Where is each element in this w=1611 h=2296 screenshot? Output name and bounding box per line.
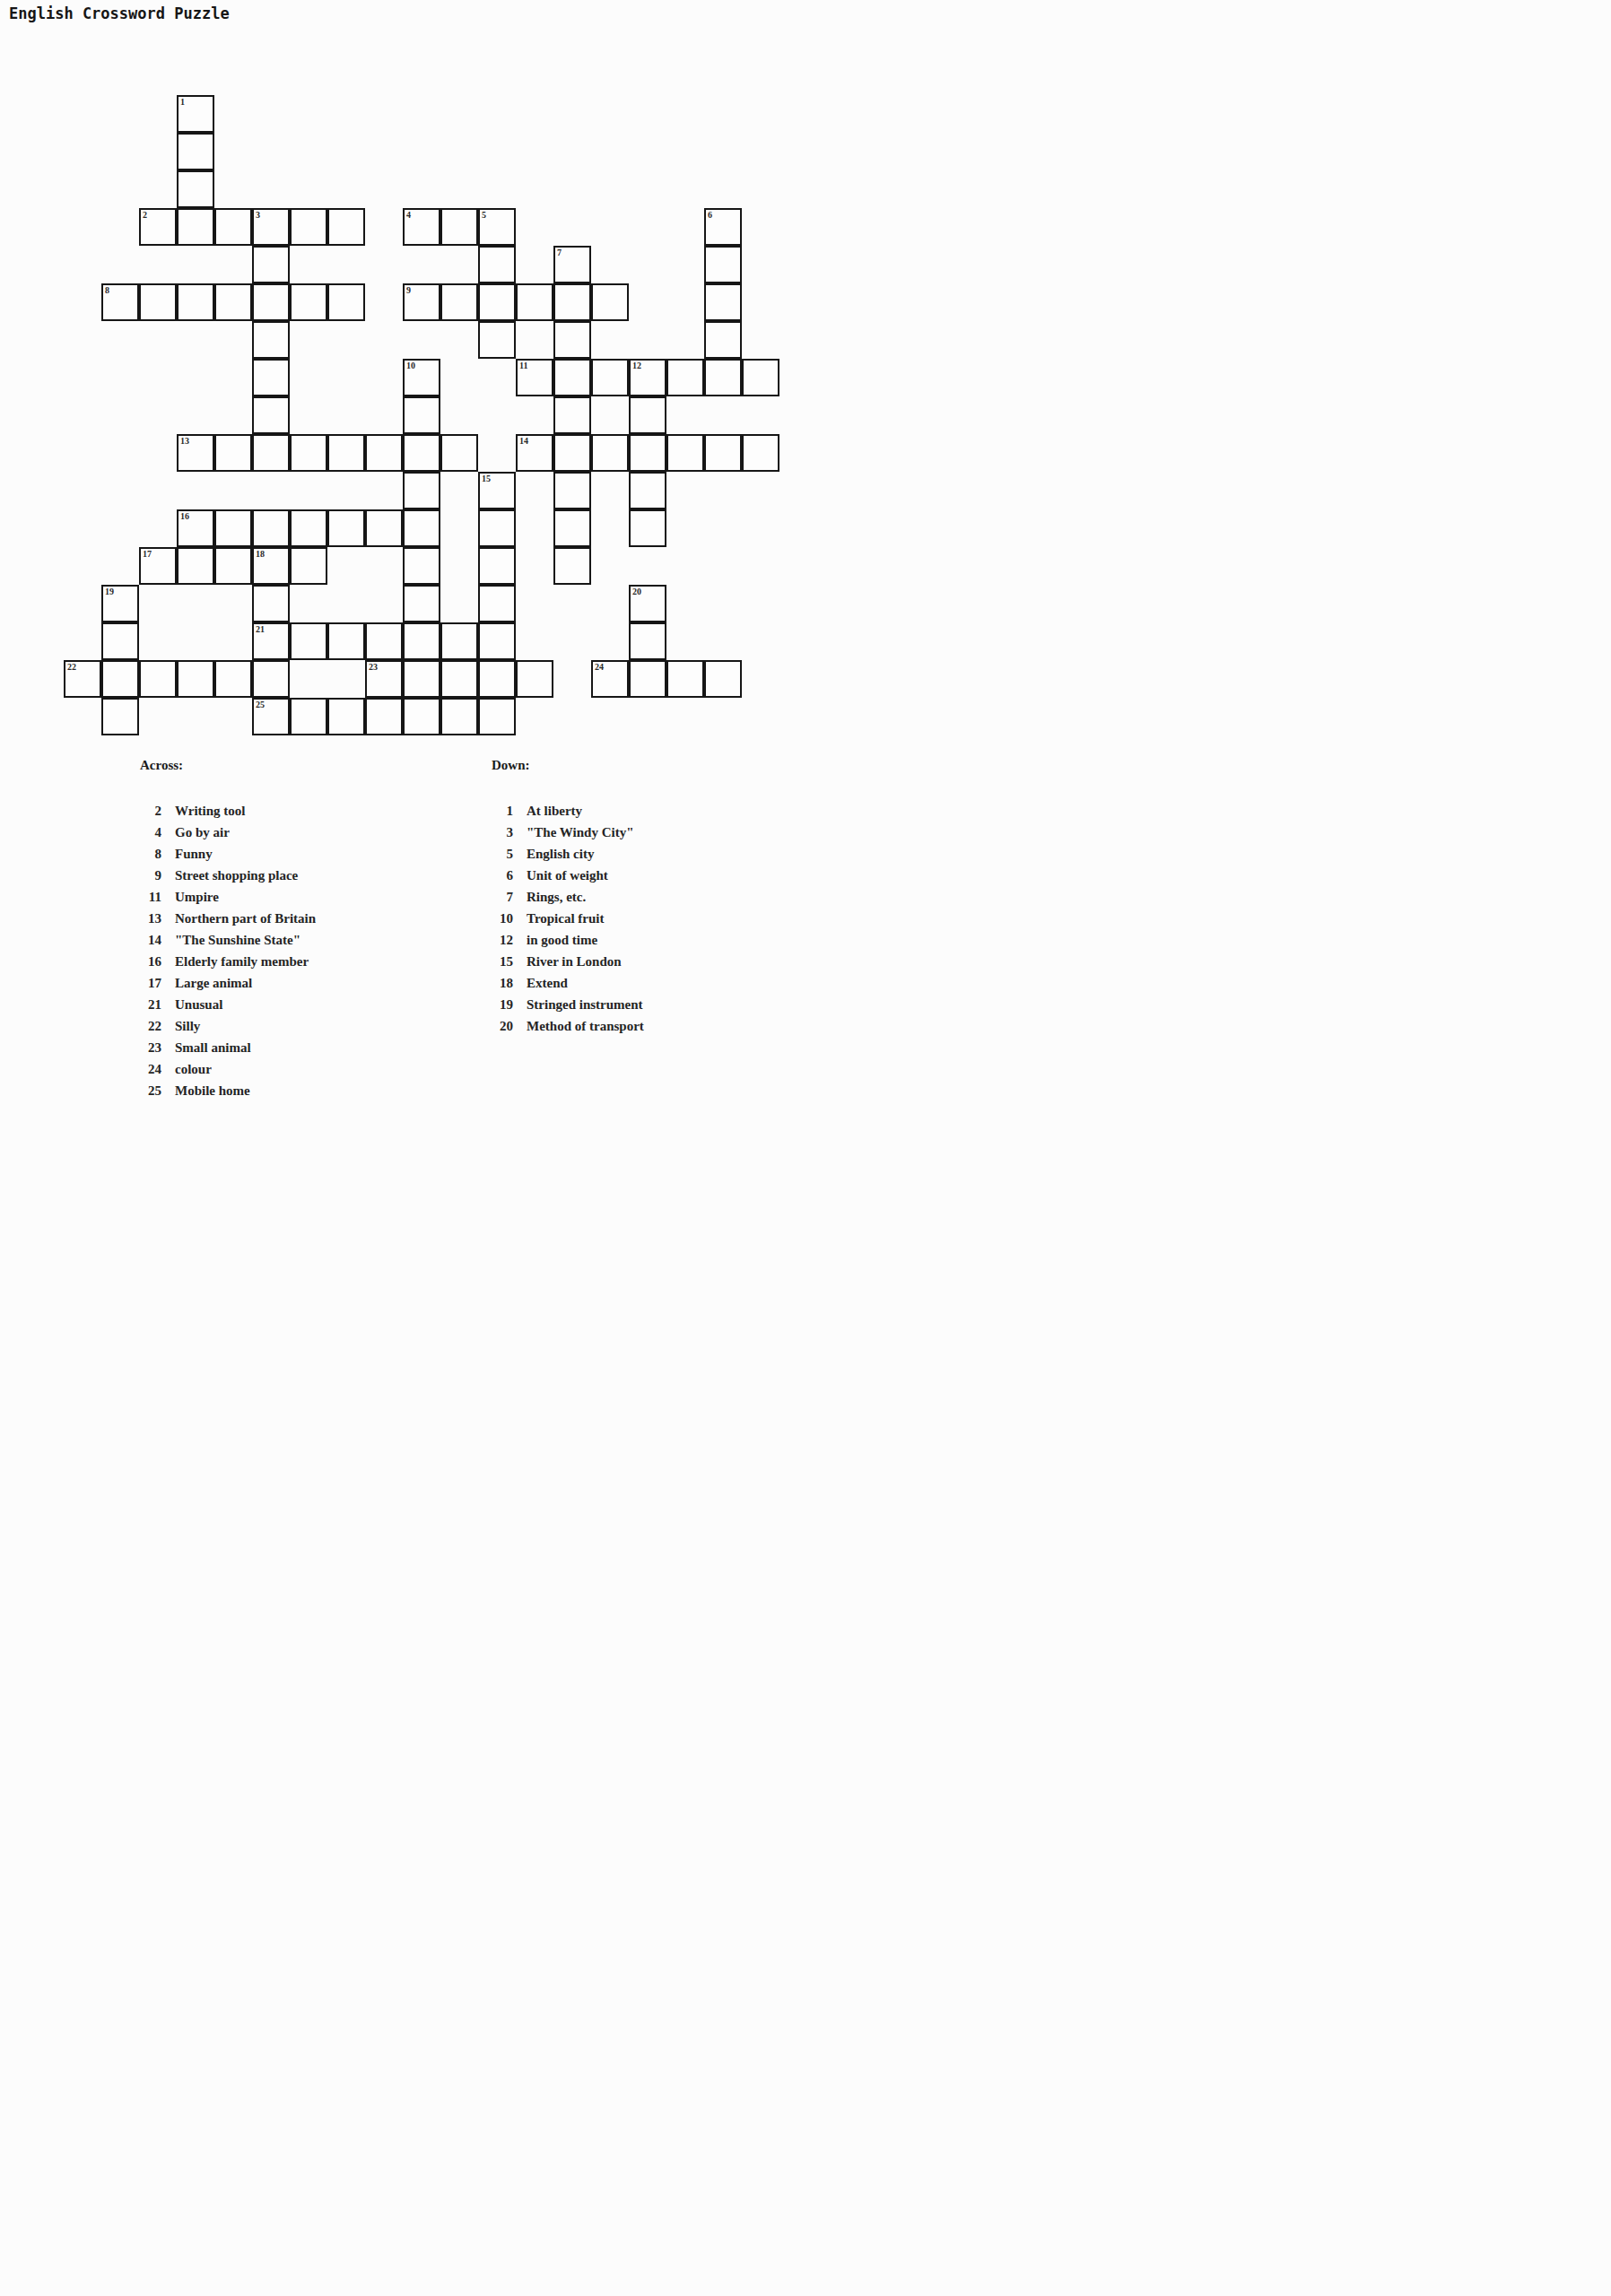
grid-cell-r5c9[interactable]: 9 — [403, 283, 440, 321]
grid-cell-r14c8[interactable] — [365, 622, 403, 660]
grid-cell-r9c17[interactable] — [704, 434, 742, 472]
grid-cell-r12c9[interactable] — [403, 547, 440, 585]
grid-cell-r5c12[interactable] — [516, 283, 553, 321]
grid-cell-r7c17[interactable] — [704, 359, 742, 396]
grid-cell-r9c6[interactable] — [290, 434, 327, 472]
down-clue-18: 18Extend — [492, 972, 797, 994]
grid-cell-r5c1[interactable]: 8 — [101, 283, 139, 321]
grid-cell-r12c4[interactable] — [214, 547, 252, 585]
grid-cell-r12c6[interactable] — [290, 547, 327, 585]
grid-cell-r11c13[interactable] — [553, 509, 591, 547]
grid-cell-r2c3[interactable] — [177, 170, 214, 208]
down-clue-text-1: At liberty — [527, 800, 797, 822]
down-clue-number-10: 10 — [492, 908, 513, 929]
across-clue-number-17: 17 — [140, 972, 161, 994]
across-clue-text-11: Umpire — [175, 886, 472, 908]
grid-cell-r11c7[interactable] — [327, 509, 365, 547]
across-clue-text-14: "The Sunshine State" — [175, 929, 472, 951]
across-clue-text-17: Large animal — [175, 972, 472, 994]
grid-cell-r3c3[interactable] — [177, 208, 214, 246]
across-clue-text-23: Small animal — [175, 1037, 472, 1058]
down-clue-text-15: River in London — [527, 951, 797, 972]
down-clue-12: 12in good time — [492, 929, 797, 951]
cell-number-10: 10 — [406, 361, 415, 370]
cell-number-2: 2 — [143, 210, 147, 220]
cell-number-13: 13 — [180, 436, 189, 446]
grid-cell-r13c11[interactable] — [478, 585, 516, 622]
grid-cell-r4c13[interactable]: 7 — [553, 246, 591, 283]
cell-number-17: 17 — [143, 549, 152, 559]
grid-cell-r15c3[interactable] — [177, 660, 214, 698]
grid-cell-r11c11[interactable] — [478, 509, 516, 547]
grid-cell-r14c7[interactable] — [327, 622, 365, 660]
grid-cell-r5c14[interactable] — [591, 283, 629, 321]
down-clue-text-10: Tropical fruit — [527, 908, 797, 929]
across-clue-text-13: Northern part of Britain — [175, 908, 472, 929]
down-clue-7: 7Rings, etc. — [492, 886, 797, 908]
down-clue-number-3: 3 — [492, 822, 513, 843]
grid-cell-r9c7[interactable] — [327, 434, 365, 472]
down-clue-number-15: 15 — [492, 951, 513, 972]
across-clue-9: 9Street shopping place — [140, 865, 472, 886]
cell-number-18: 18 — [256, 549, 265, 559]
grid-cell-r5c11[interactable] — [478, 283, 516, 321]
grid-cell-r16c8[interactable] — [365, 698, 403, 735]
cell-number-11: 11 — [519, 361, 527, 370]
cell-number-8: 8 — [105, 285, 109, 295]
across-clue-17: 17Large animal — [140, 972, 472, 994]
grid-cell-r5c5[interactable] — [252, 283, 290, 321]
down-clue-20: 20Method of transport — [492, 1015, 797, 1037]
grid-cell-r3c11[interactable]: 5 — [478, 208, 516, 246]
down-clue-text-12: in good time — [527, 929, 797, 951]
down-clue-text-3: "The Windy City" — [527, 822, 797, 843]
across-clue-4: 4Go by air — [140, 822, 472, 843]
cell-number-22: 22 — [67, 662, 76, 672]
across-clue-text-25: Mobile home — [175, 1080, 472, 1101]
grid-cell-r6c17[interactable] — [704, 321, 742, 359]
grid-cell-r3c10[interactable] — [440, 208, 478, 246]
across-clue-25: 25Mobile home — [140, 1080, 472, 1101]
grid-cell-r9c13[interactable] — [553, 434, 591, 472]
grid-cell-r5c17[interactable] — [704, 283, 742, 321]
down-clue-number-19: 19 — [492, 994, 513, 1015]
across-clue-text-8: Funny — [175, 843, 472, 865]
down-clue-text-18: Extend — [527, 972, 797, 994]
crossword-grid[interactable]: 1234567891011121314151617181920212223242… — [64, 95, 781, 737]
across-clue-number-8: 8 — [140, 843, 161, 865]
grid-cell-r16c7[interactable] — [327, 698, 365, 735]
down-clue-1: 1At liberty — [492, 800, 797, 822]
cell-number-1: 1 — [180, 97, 185, 107]
grid-cell-r3c17[interactable]: 6 — [704, 208, 742, 246]
across-clue-text-4: Go by air — [175, 822, 472, 843]
clue-section: Across: 2Writing tool4Go by air8Funny9St… — [0, 758, 805, 1144]
across-clue-number-2: 2 — [140, 800, 161, 822]
grid-cell-r3c9[interactable]: 4 — [403, 208, 440, 246]
grid-cell-r10c9[interactable] — [403, 472, 440, 509]
grid-cell-r15c5[interactable] — [252, 660, 290, 698]
grid-cell-r14c10[interactable] — [440, 622, 478, 660]
across-clue-text-24: colour — [175, 1058, 472, 1080]
grid-cell-r12c2[interactable]: 17 — [139, 547, 177, 585]
grid-cell-r9c5[interactable] — [252, 434, 290, 472]
across-clues-column: Across: 2Writing tool4Go by air8Funny9St… — [140, 758, 472, 1101]
grid-cell-r9c10[interactable] — [440, 434, 478, 472]
grid-cell-r14c9[interactable] — [403, 622, 440, 660]
grid-cell-r5c3[interactable] — [177, 283, 214, 321]
grid-cell-r14c11[interactable] — [478, 622, 516, 660]
grid-cell-r13c5[interactable] — [252, 585, 290, 622]
grid-cell-r15c8[interactable]: 23 — [365, 660, 403, 698]
grid-cell-r15c0[interactable]: 22 — [64, 660, 101, 698]
grid-cell-r3c6[interactable] — [290, 208, 327, 246]
grid-cell-r7c13[interactable] — [553, 359, 591, 396]
down-clue-list: 1At liberty3"The Windy City"5English cit… — [492, 800, 797, 1037]
grid-cell-r8c9[interactable] — [403, 396, 440, 434]
down-clue-10: 10Tropical fruit — [492, 908, 797, 929]
grid-cell-r13c1[interactable]: 19 — [101, 585, 139, 622]
across-clue-11: 11Umpire — [140, 886, 472, 908]
grid-cell-r0c3[interactable]: 1 — [177, 95, 214, 133]
grid-cell-r15c4[interactable] — [214, 660, 252, 698]
cell-number-14: 14 — [519, 436, 528, 446]
grid-cell-r10c15[interactable] — [629, 472, 666, 509]
down-clue-number-6: 6 — [492, 865, 513, 886]
grid-cell-r7c9[interactable]: 10 — [403, 359, 440, 396]
down-clue-5: 5English city — [492, 843, 797, 865]
grid-cell-r11c9[interactable] — [403, 509, 440, 547]
down-clue-text-6: Unit of weight — [527, 865, 797, 886]
grid-cell-r9c18[interactable] — [742, 434, 779, 472]
down-clue-number-1: 1 — [492, 800, 513, 822]
across-clue-14: 14"The Sunshine State" — [140, 929, 472, 951]
grid-cell-r7c14[interactable] — [591, 359, 629, 396]
down-clue-text-5: English city — [527, 843, 797, 865]
grid-cell-r15c1[interactable] — [101, 660, 139, 698]
grid-cell-r5c10[interactable] — [440, 283, 478, 321]
grid-cell-r13c9[interactable] — [403, 585, 440, 622]
grid-cell-r16c10[interactable] — [440, 698, 478, 735]
across-clue-number-16: 16 — [140, 951, 161, 972]
across-clue-21: 21Unusual — [140, 994, 472, 1015]
cell-number-24: 24 — [595, 662, 604, 672]
down-clue-text-20: Method of transport — [527, 1015, 797, 1037]
down-clue-number-20: 20 — [492, 1015, 513, 1037]
across-clue-number-25: 25 — [140, 1080, 161, 1101]
grid-cell-r5c6[interactable] — [290, 283, 327, 321]
grid-cell-r11c5[interactable] — [252, 509, 290, 547]
grid-cell-r9c4[interactable] — [214, 434, 252, 472]
grid-cell-r5c2[interactable] — [139, 283, 177, 321]
across-clue-number-13: 13 — [140, 908, 161, 929]
grid-cell-r15c14[interactable]: 24 — [591, 660, 629, 698]
grid-cell-r6c5[interactable] — [252, 321, 290, 359]
cell-number-15: 15 — [482, 474, 491, 483]
across-clue-number-22: 22 — [140, 1015, 161, 1037]
grid-cell-r9c9[interactable] — [403, 434, 440, 472]
across-clue-number-21: 21 — [140, 994, 161, 1015]
grid-cell-r15c12[interactable] — [516, 660, 553, 698]
down-clue-text-19: Stringed instrument — [527, 994, 797, 1015]
across-clue-16: 16Elderly family member — [140, 951, 472, 972]
grid-cell-r11c6[interactable] — [290, 509, 327, 547]
cell-number-9: 9 — [406, 285, 411, 295]
across-clue-number-9: 9 — [140, 865, 161, 886]
grid-cell-r14c1[interactable] — [101, 622, 139, 660]
across-clue-list: 2Writing tool4Go by air8Funny9Street sho… — [140, 800, 472, 1101]
across-clue-text-9: Street shopping place — [175, 865, 472, 886]
grid-cell-r5c7[interactable] — [327, 283, 365, 321]
cell-number-3: 3 — [256, 210, 260, 220]
cell-number-25: 25 — [256, 700, 265, 709]
grid-cell-r10c11[interactable]: 15 — [478, 472, 516, 509]
across-clue-8: 8Funny — [140, 843, 472, 865]
across-clue-text-22: Silly — [175, 1015, 472, 1037]
cell-number-6: 6 — [708, 210, 712, 220]
grid-cell-r12c13[interactable] — [553, 547, 591, 585]
page-title: English Crossword Puzzle — [9, 4, 230, 22]
down-clue-19: 19Stringed instrument — [492, 994, 797, 1015]
down-clue-6: 6Unit of weight — [492, 865, 797, 886]
down-clue-15: 15River in London — [492, 951, 797, 972]
grid-cell-r7c12[interactable]: 11 — [516, 359, 553, 396]
across-header: Across: — [140, 758, 472, 773]
grid-cell-r4c17[interactable] — [704, 246, 742, 283]
across-clue-number-23: 23 — [140, 1037, 161, 1058]
across-clue-22: 22Silly — [140, 1015, 472, 1037]
grid-cell-r11c3[interactable]: 16 — [177, 509, 214, 547]
cell-number-4: 4 — [406, 210, 411, 220]
across-clue-text-16: Elderly family member — [175, 951, 472, 972]
grid-cell-r3c2[interactable]: 2 — [139, 208, 177, 246]
across-clue-13: 13Northern part of Britain — [140, 908, 472, 929]
grid-cell-r16c9[interactable] — [403, 698, 440, 735]
cell-number-19: 19 — [105, 587, 114, 596]
cell-number-5: 5 — [482, 210, 486, 220]
grid-cell-r16c6[interactable] — [290, 698, 327, 735]
grid-cell-r5c4[interactable] — [214, 283, 252, 321]
grid-cell-r12c5[interactable]: 18 — [252, 547, 290, 585]
across-clue-number-24: 24 — [140, 1058, 161, 1080]
grid-cell-r7c5[interactable] — [252, 359, 290, 396]
cell-number-12: 12 — [632, 361, 641, 370]
down-clue-3: 3"The Windy City" — [492, 822, 797, 843]
cell-number-23: 23 — [369, 662, 378, 672]
grid-cell-r6c11[interactable] — [478, 321, 516, 359]
grid-cell-r3c7[interactable] — [327, 208, 365, 246]
grid-cell-r11c8[interactable] — [365, 509, 403, 547]
grid-cell-r9c16[interactable] — [666, 434, 704, 472]
down-clue-number-18: 18 — [492, 972, 513, 994]
grid-cell-r15c10[interactable] — [440, 660, 478, 698]
grid-cell-r13c15[interactable]: 20 — [629, 585, 666, 622]
grid-cell-r15c15[interactable] — [629, 660, 666, 698]
grid-cell-r3c5[interactable]: 3 — [252, 208, 290, 246]
grid-cell-r7c18[interactable] — [742, 359, 779, 396]
grid-cell-r15c2[interactable] — [139, 660, 177, 698]
grid-cell-r9c15[interactable] — [629, 434, 666, 472]
grid-cell-r4c5[interactable] — [252, 246, 290, 283]
down-clue-number-7: 7 — [492, 886, 513, 908]
cell-number-7: 7 — [557, 248, 562, 257]
grid-cell-r9c14[interactable] — [591, 434, 629, 472]
across-clue-text-2: Writing tool — [175, 800, 472, 822]
grid-cell-r10c13[interactable] — [553, 472, 591, 509]
grid-cell-r15c17[interactable] — [704, 660, 742, 698]
down-clue-number-5: 5 — [492, 843, 513, 865]
across-clue-number-11: 11 — [140, 886, 161, 908]
down-clues-column: Down: 1At liberty3"The Windy City"5Engli… — [492, 758, 797, 1037]
cell-number-20: 20 — [632, 587, 641, 596]
across-clue-number-4: 4 — [140, 822, 161, 843]
grid-cell-r15c9[interactable] — [403, 660, 440, 698]
grid-cell-r6c13[interactable] — [553, 321, 591, 359]
grid-cell-r16c11[interactable] — [478, 698, 516, 735]
grid-cell-r14c15[interactable] — [629, 622, 666, 660]
grid-cell-r1c3[interactable] — [177, 133, 214, 170]
grid-cell-r4c11[interactable] — [478, 246, 516, 283]
grid-cell-r14c5[interactable]: 21 — [252, 622, 290, 660]
grid-cell-r8c5[interactable] — [252, 396, 290, 434]
grid-cell-r11c4[interactable] — [214, 509, 252, 547]
grid-cell-r9c12[interactable]: 14 — [516, 434, 553, 472]
grid-cell-r12c11[interactable] — [478, 547, 516, 585]
across-clue-23: 23Small animal — [140, 1037, 472, 1058]
across-clue-2: 2Writing tool — [140, 800, 472, 822]
down-clue-text-7: Rings, etc. — [527, 886, 797, 908]
grid-cell-r11c15[interactable] — [629, 509, 666, 547]
grid-cell-r5c13[interactable] — [553, 283, 591, 321]
down-header: Down: — [492, 758, 797, 773]
grid-cell-r16c1[interactable] — [101, 698, 139, 735]
grid-cell-r7c16[interactable] — [666, 359, 704, 396]
across-clue-number-14: 14 — [140, 929, 161, 951]
grid-cell-r3c4[interactable] — [214, 208, 252, 246]
grid-cell-r8c13[interactable] — [553, 396, 591, 434]
cell-number-16: 16 — [180, 511, 189, 521]
grid-cell-r16c5[interactable]: 25 — [252, 698, 290, 735]
cell-number-21: 21 — [256, 624, 265, 634]
grid-cell-r15c16[interactable] — [666, 660, 704, 698]
grid-cell-r8c15[interactable] — [629, 396, 666, 434]
down-clue-number-12: 12 — [492, 929, 513, 951]
grid-cell-r7c15[interactable]: 12 — [629, 359, 666, 396]
grid-cell-r9c8[interactable] — [365, 434, 403, 472]
grid-cell-r12c3[interactable] — [177, 547, 214, 585]
grid-cell-r14c6[interactable] — [290, 622, 327, 660]
grid-cell-r15c11[interactable] — [478, 660, 516, 698]
across-clue-24: 24colour — [140, 1058, 472, 1080]
grid-cell-r9c3[interactable]: 13 — [177, 434, 214, 472]
across-clue-text-21: Unusual — [175, 994, 472, 1015]
